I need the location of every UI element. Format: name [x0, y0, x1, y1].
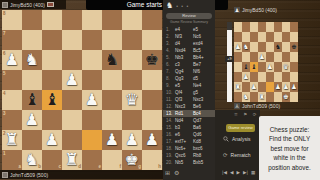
white-pawn-e4: ♟: [266, 62, 274, 72]
square-h7[interactable]: [142, 30, 162, 50]
avatar: [2, 2, 8, 8]
square-a1[interactable]: 1a: [2, 150, 22, 170]
black-move[interactable]: Be6: [193, 103, 211, 110]
white-rook-d1: ♜: [62, 150, 82, 170]
square-f4[interactable]: [274, 62, 282, 72]
white-pawn-d5: ♟: [62, 70, 82, 90]
square-b8[interactable]: [22, 10, 42, 30]
square-e6[interactable]: [82, 50, 102, 70]
game-review-button[interactable]: Game review: [226, 124, 255, 132]
move-number: 6.: [166, 61, 175, 68]
last-move-icon[interactable]: ▶|: [243, 170, 248, 175]
square-a8[interactable]: 8: [2, 10, 22, 30]
square-e8[interactable]: [82, 10, 102, 30]
square-e7[interactable]: [82, 30, 102, 50]
square-d5[interactable]: ♟: [62, 70, 82, 90]
move-number: 17.: [166, 138, 175, 145]
move-row-1[interactable]: 1.e4e5: [163, 26, 215, 33]
move-number: 3.: [166, 40, 175, 47]
move-number: 11.: [166, 96, 175, 103]
white-knight-b6: ♞: [242, 42, 250, 52]
white-move[interactable]: Nd4: [175, 117, 193, 124]
white-pawn-f2: ♟: [102, 130, 122, 150]
black-move[interactable]: bxc6: [193, 145, 211, 152]
square-e4[interactable]: ♟: [82, 90, 102, 110]
black-move[interactable]: Nxc3: [193, 96, 211, 103]
move-number: 14.: [166, 117, 175, 124]
square-f5[interactable]: [274, 52, 282, 62]
black-move[interactable]: Nf6: [193, 68, 211, 75]
square-f3[interactable]: [274, 72, 282, 82]
square-e7[interactable]: [266, 32, 274, 42]
square-d3[interactable]: [258, 72, 266, 82]
square-c8[interactable]: [42, 10, 62, 30]
magnifier-icon: [223, 136, 229, 142]
square-c2[interactable]: ♟: [250, 82, 258, 92]
move-row-7[interactable]: 7.Qg4Nf6: [163, 68, 215, 75]
puzzle-caption: Chess puzzle: Find the ONLY best move fo…: [259, 116, 320, 180]
square-g7[interactable]: [282, 32, 290, 42]
black-move[interactable]: Bb4+: [193, 54, 211, 61]
rank-label: 4: [3, 91, 6, 96]
move-row-10[interactable]: 10.Qf4g5: [163, 89, 215, 96]
square-d6[interactable]: [258, 42, 266, 52]
square-b5[interactable]: [242, 52, 250, 62]
white-pawn-a6: ♟: [2, 50, 22, 70]
square-e2[interactable]: [266, 82, 274, 92]
black-king-h6: ♚: [290, 42, 298, 52]
square-g5[interactable]: [282, 52, 290, 62]
evaluation-bar-black-portion: [227, 22, 232, 30]
square-b2[interactable]: [242, 82, 250, 92]
rank-label: 3: [3, 111, 6, 116]
square-f7[interactable]: [274, 32, 282, 42]
white-move[interactable]: Rd1: [175, 110, 193, 117]
square-d4[interactable]: [258, 62, 266, 72]
square-a5[interactable]: [234, 52, 242, 62]
rematch-label: Rematch: [231, 152, 251, 158]
square-h6[interactable]: ♚: [290, 42, 298, 52]
move-row-3[interactable]: 3.d4exd4: [163, 40, 215, 47]
square-b1[interactable]: ♞: [242, 92, 250, 102]
black-bishop-c4: ♝: [42, 90, 62, 110]
square-b6[interactable]: ♞: [22, 50, 42, 70]
move-row-8[interactable]: 8.Qg3d5: [163, 75, 215, 82]
move-row-19[interactable]: 19.Qxc6Rb8: [163, 152, 215, 159]
white-queen-g4: ♛: [122, 90, 142, 110]
square-g1[interactable]: g♚: [122, 150, 142, 170]
square-e6[interactable]: [266, 42, 274, 52]
black-move[interactable]: Kd8: [193, 138, 211, 145]
square-b7[interactable]: [242, 32, 250, 42]
move-row-13[interactable]: 13.Rd1Bc4: [163, 110, 215, 117]
square-h2[interactable]: ♟: [142, 130, 162, 150]
square-a3[interactable]: [234, 72, 242, 82]
square-g6[interactable]: [122, 50, 142, 70]
flag-icon: [47, 2, 54, 8]
square-a4[interactable]: 4: [2, 90, 22, 110]
black-move[interactable]: g5: [193, 89, 211, 96]
white-move[interactable]: e6: [175, 131, 193, 138]
square-c1[interactable]: [250, 92, 258, 102]
square-h2[interactable]: ♟: [290, 82, 298, 92]
white-queen-g4: ♛: [282, 62, 290, 72]
black-bishop-c4: ♝: [250, 62, 258, 72]
square-d8[interactable]: [62, 10, 82, 30]
move-number: 1.: [166, 26, 175, 33]
square-b7[interactable]: [22, 30, 42, 50]
move-number: 9.: [166, 82, 175, 89]
top-player-name: JimyBd50 (400): [10, 2, 45, 8]
move-number: 4.: [166, 47, 175, 54]
square-a3[interactable]: 3: [2, 110, 22, 130]
square-c6[interactable]: [42, 50, 62, 70]
square-a6[interactable]: 6♟: [2, 50, 22, 70]
evaluation-value: +9: [225, 56, 234, 62]
white-pawn-b3: ♟: [242, 72, 250, 82]
square-f2[interactable]: ♟: [102, 130, 122, 150]
square-b6[interactable]: ♞: [242, 42, 250, 52]
square-g4[interactable]: ♛: [282, 62, 290, 72]
move-row-16[interactable]: 16.e6Qd6: [163, 131, 215, 138]
white-move[interactable]: Nb5: [175, 159, 193, 166]
move-row-20[interactable]: 20.Nb5Bxb5: [163, 159, 215, 166]
square-e1[interactable]: e: [82, 150, 102, 170]
black-move[interactable]: Bc5: [193, 47, 211, 54]
black-move[interactable]: Qd7: [193, 117, 211, 124]
square-d5[interactable]: ♟: [258, 52, 266, 62]
square-d2[interactable]: [258, 82, 266, 92]
square-f6[interactable]: ♞: [274, 42, 282, 52]
mini-bottom-player-row: ♙ JohnTd509 (500): [234, 103, 280, 109]
black-move[interactable]: d5: [193, 75, 211, 82]
white-knight-b1: ♞: [242, 92, 250, 102]
next-move-icon[interactable]: ▶: [236, 170, 239, 175]
white-move[interactable]: Nf3: [175, 33, 193, 40]
square-h8[interactable]: [290, 22, 298, 32]
square-f4[interactable]: [102, 90, 122, 110]
square-f1[interactable]: [274, 92, 282, 102]
menu-dots-icon[interactable]: • • •: [176, 3, 189, 9]
rank-label: 5: [3, 71, 6, 76]
white-pawn-a6: ♟: [234, 42, 242, 52]
mini-top-player-row: ♟ JimyBd50 (400): [234, 7, 277, 13]
top-player-bar: JimyBd50 (400): [0, 0, 66, 9]
white-move[interactable]: Nxd4: [175, 47, 193, 54]
white-move[interactable]: Qf3: [175, 96, 193, 103]
square-d7[interactable]: [62, 30, 82, 50]
square-g8[interactable]: [122, 10, 142, 30]
black-king-h6: ♚: [142, 50, 162, 70]
square-d1[interactable]: ♜: [258, 92, 266, 102]
square-a6[interactable]: ♟: [234, 42, 242, 52]
prev-move-icon[interactable]: ◀: [230, 170, 233, 175]
black-move[interactable]: Be7: [193, 61, 211, 68]
square-c3[interactable]: [42, 110, 62, 130]
square-b1[interactable]: b♞: [22, 150, 42, 170]
square-g3[interactable]: [282, 72, 290, 82]
square-e1[interactable]: [266, 92, 274, 102]
layout-icon[interactable]: ⊞: [165, 169, 170, 176]
square-d6[interactable]: [62, 50, 82, 70]
evaluation-bar: [227, 22, 232, 102]
move-row-17[interactable]: 17.exf7+Kd8: [163, 138, 215, 145]
black-move[interactable]: e5: [193, 26, 211, 33]
white-pawn-g2: ♟: [282, 82, 290, 92]
move-row-11[interactable]: 11.Qf3Nxc3: [163, 96, 215, 103]
white-pawn-e4: ♟: [82, 90, 102, 110]
white-king-g1: ♚: [282, 92, 290, 102]
file-label: c: [58, 164, 61, 169]
white-knight-b1: ♞: [22, 150, 42, 170]
square-a2[interactable]: ♜: [234, 82, 242, 92]
black-move[interactable]: Bxb5: [193, 159, 211, 166]
rematch-button[interactable]: ⟳ Rematch: [223, 152, 251, 158]
square-d3[interactable]: [62, 110, 82, 130]
analysis-button[interactable]: Analysis: [223, 136, 251, 142]
move-number: 20.: [166, 159, 175, 166]
white-move[interactable]: e5: [175, 82, 193, 89]
white-rook-a2: ♜: [2, 130, 22, 150]
black-knight-f6: ♞: [274, 42, 282, 52]
file-label: f: [120, 164, 122, 169]
white-pawn-c2: ♟: [42, 130, 62, 150]
square-a8[interactable]: [234, 22, 242, 32]
square-f5[interactable]: [102, 70, 122, 90]
white-pawn-b3: ♟: [22, 110, 42, 130]
square-g8[interactable]: [282, 22, 290, 32]
move-number: 13.: [166, 110, 175, 117]
square-g4[interactable]: ♛: [122, 90, 142, 110]
square-b2[interactable]: [22, 130, 42, 150]
playback-controls: |◀◀▶▶|▦: [222, 170, 255, 175]
file-label: a: [18, 164, 21, 169]
white-move[interactable]: Nb3: [175, 54, 193, 61]
square-h5[interactable]: [290, 52, 298, 62]
white-move[interactable]: Qxc6: [175, 152, 193, 159]
panel-toolbar: ⊞⚙: [165, 169, 179, 176]
square-c5[interactable]: [42, 70, 62, 90]
move-number: 15.: [166, 124, 175, 131]
main-chess-board[interactable]: 876♟♞♞♚5♟4♝♝♟♛3♟2♜♟♟♟♟1ab♞cd♜efg♚h: [2, 10, 162, 170]
black-bishop-b4: ♝: [242, 62, 250, 72]
knight-icon: ♞: [166, 1, 173, 11]
rematch-icon: ⟳: [223, 152, 228, 158]
black-move[interactable]: Bc4: [193, 110, 211, 117]
mini-top-player-name: JimyBd50 (400): [242, 7, 277, 13]
square-a7[interactable]: 7: [2, 30, 22, 50]
screenshot-stage: JimyBd50 (400) Game starts at 00:28 876♟…: [0, 0, 320, 180]
move-number: 18.: [166, 145, 175, 152]
square-f2[interactable]: ♟: [274, 82, 282, 92]
square-b4[interactable]: ♝: [242, 62, 250, 72]
square-e5[interactable]: [266, 52, 274, 62]
white-pawn-c2: ♟: [250, 82, 258, 92]
move-row-18[interactable]: 18.Nc6+bxc6: [163, 145, 215, 152]
square-f8[interactable]: [102, 10, 122, 30]
white-rook-a2: ♜: [234, 82, 242, 92]
first-move-icon[interactable]: |◀: [222, 170, 227, 175]
settings-icon[interactable]: ⚙: [174, 169, 179, 176]
square-h6[interactable]: ♚: [142, 50, 162, 70]
board-options-icons[interactable]: ≡ ⚑ ⟳: [234, 112, 258, 117]
square-c7[interactable]: [42, 30, 62, 50]
move-number: 10.: [166, 89, 175, 96]
square-c4[interactable]: ♝: [250, 62, 258, 72]
move-row-6[interactable]: 6.c3Be7: [163, 61, 215, 68]
board-grid-icon[interactable]: ▦: [251, 170, 255, 175]
square-h8[interactable]: [142, 10, 162, 30]
rank-label: 8: [3, 11, 6, 16]
white-move[interactable]: d4: [175, 40, 193, 47]
square-f8[interactable]: [274, 22, 282, 32]
rank-label: 7: [3, 31, 6, 36]
black-move[interactable]: Ne4: [193, 82, 211, 89]
white-pawn-g2: ♟: [122, 130, 142, 150]
white-pawn-h2: ♟: [142, 130, 162, 150]
square-g2[interactable]: ♟: [122, 130, 142, 150]
white-move[interactable]: Nxc3: [175, 103, 193, 110]
square-c7[interactable]: [250, 32, 258, 42]
square-a5[interactable]: 5: [2, 70, 22, 90]
square-d7[interactable]: [258, 32, 266, 42]
review-summary-label: Game Review Summary: [163, 20, 215, 24]
square-c2[interactable]: ♟: [42, 130, 62, 150]
move-row-4[interactable]: 4.Nxd4Bc5: [163, 47, 215, 54]
square-h1[interactable]: [290, 92, 298, 102]
black-move[interactable]: Qd6: [193, 131, 211, 138]
square-h5[interactable]: [142, 70, 162, 90]
move-row-5[interactable]: 5.Nb3Bb4+: [163, 54, 215, 61]
white-move[interactable]: c3: [175, 61, 193, 68]
white-pawn-f2: ♟: [274, 82, 282, 92]
square-g3[interactable]: [122, 110, 142, 130]
square-f6[interactable]: ♞: [102, 50, 122, 70]
square-b5[interactable]: [22, 70, 42, 90]
rank-label: 1: [3, 151, 6, 156]
square-g2[interactable]: ♟: [282, 82, 290, 92]
white-move[interactable]: b3: [175, 124, 193, 131]
move-number: 16.: [166, 131, 175, 138]
white-move[interactable]: Qg3: [175, 75, 193, 82]
black-move[interactable]: exd4: [193, 40, 211, 47]
move-number: 19.: [166, 152, 175, 159]
move-number: 2.: [166, 33, 175, 40]
square-e8[interactable]: [266, 22, 274, 32]
black-bishop-b4: ♝: [22, 90, 42, 110]
white-pawn-avatar: ♙: [234, 103, 240, 109]
black-move[interactable]: Nc6: [193, 33, 211, 40]
square-a4[interactable]: [234, 62, 242, 72]
file-label: h: [158, 164, 161, 169]
square-e5[interactable]: [82, 70, 102, 90]
square-a7[interactable]: [234, 32, 242, 42]
square-e3[interactable]: [266, 72, 274, 82]
bottom-player-bar: JohnTd509 (500): [0, 170, 167, 179]
move-number: 8.: [166, 75, 175, 82]
square-h7[interactable]: [290, 32, 298, 42]
black-move[interactable]: Ba6: [193, 124, 211, 131]
move-list: 1.e4e52.Nf3Nc63.d4exd44.Nxd4Bc55.Nb3Bb4+…: [163, 26, 215, 166]
review-button[interactable]: Review: [166, 13, 212, 19]
white-pawn-d5: ♟: [258, 52, 266, 62]
square-d2[interactable]: [62, 130, 82, 150]
file-label: e: [98, 164, 101, 169]
square-c8[interactable]: [250, 22, 258, 32]
mini-bottom-player-name: JohnTd509 (500): [242, 103, 280, 109]
square-g6[interactable]: [282, 42, 290, 52]
white-move[interactable]: Qg4: [175, 68, 193, 75]
white-move[interactable]: e4: [175, 26, 193, 33]
square-b3[interactable]: ♟: [22, 110, 42, 130]
bottom-player-name: JohnTd509 (500): [10, 172, 48, 178]
white-move[interactable]: Nc6+: [175, 145, 193, 152]
avatar: [2, 172, 8, 178]
square-e2[interactable]: [82, 130, 102, 150]
move-row-12[interactable]: 12.Nxc3Be6: [163, 103, 215, 110]
white-move[interactable]: Qf4: [175, 89, 193, 96]
white-pawn-h2: ♟: [290, 82, 298, 92]
square-c5[interactable]: [250, 52, 258, 62]
square-f3[interactable]: [102, 110, 122, 130]
square-f7[interactable]: [102, 30, 122, 50]
square-d4[interactable]: [62, 90, 82, 110]
square-d8[interactable]: [258, 22, 266, 32]
move-number: 12.: [166, 103, 175, 110]
white-rook-d1: ♜: [258, 92, 266, 102]
square-g5[interactable]: [122, 70, 142, 90]
square-b4[interactable]: ♝: [22, 90, 42, 110]
square-h4[interactable]: [142, 90, 162, 110]
square-e3[interactable]: [82, 110, 102, 130]
white-king-g1: ♚: [122, 150, 142, 170]
square-a2[interactable]: 2♜: [2, 130, 22, 150]
square-d1[interactable]: d♜: [62, 150, 82, 170]
moves-panel: ♞ • • • Review Game Review Summary 1.e4e…: [163, 0, 215, 180]
square-g1[interactable]: ♚: [282, 92, 290, 102]
square-h3[interactable]: [142, 110, 162, 130]
square-f1[interactable]: f: [102, 150, 122, 170]
move-number: 7.: [166, 68, 175, 75]
square-a1[interactable]: [234, 92, 242, 102]
move-row-14[interactable]: 14.Nd4Qd7: [163, 117, 215, 124]
square-h1[interactable]: h: [142, 150, 162, 170]
white-move[interactable]: exf7+: [175, 138, 193, 145]
square-h3[interactable]: [290, 72, 298, 82]
black-move[interactable]: Rb8: [193, 152, 211, 159]
square-e4[interactable]: ♟: [266, 62, 274, 72]
square-b8[interactable]: [242, 22, 250, 32]
square-c4[interactable]: ♝: [42, 90, 62, 110]
move-row-2[interactable]: 2.Nf3Nc6: [163, 33, 215, 40]
move-row-15[interactable]: 15.b3Ba6: [163, 124, 215, 131]
move-row-9[interactable]: 9.e5Ne4: [163, 82, 215, 89]
black-knight-f6: ♞: [102, 50, 122, 70]
square-c1[interactable]: c: [42, 150, 62, 170]
mini-chess-board[interactable]: ♟♞♞♚♟♝♝♟♛♟♜♟♟♟♟♞♜♚: [234, 22, 298, 102]
square-g7[interactable]: [122, 30, 142, 50]
analysis-label: Analysis: [232, 136, 251, 142]
square-h4[interactable]: [290, 62, 298, 72]
square-b3[interactable]: ♟: [242, 72, 250, 82]
move-number: 5.: [166, 54, 175, 61]
black-pawn-avatar: ♟: [234, 7, 240, 13]
square-c6[interactable]: [250, 42, 258, 52]
square-c3[interactable]: [250, 72, 258, 82]
white-knight-b6: ♞: [22, 50, 42, 70]
